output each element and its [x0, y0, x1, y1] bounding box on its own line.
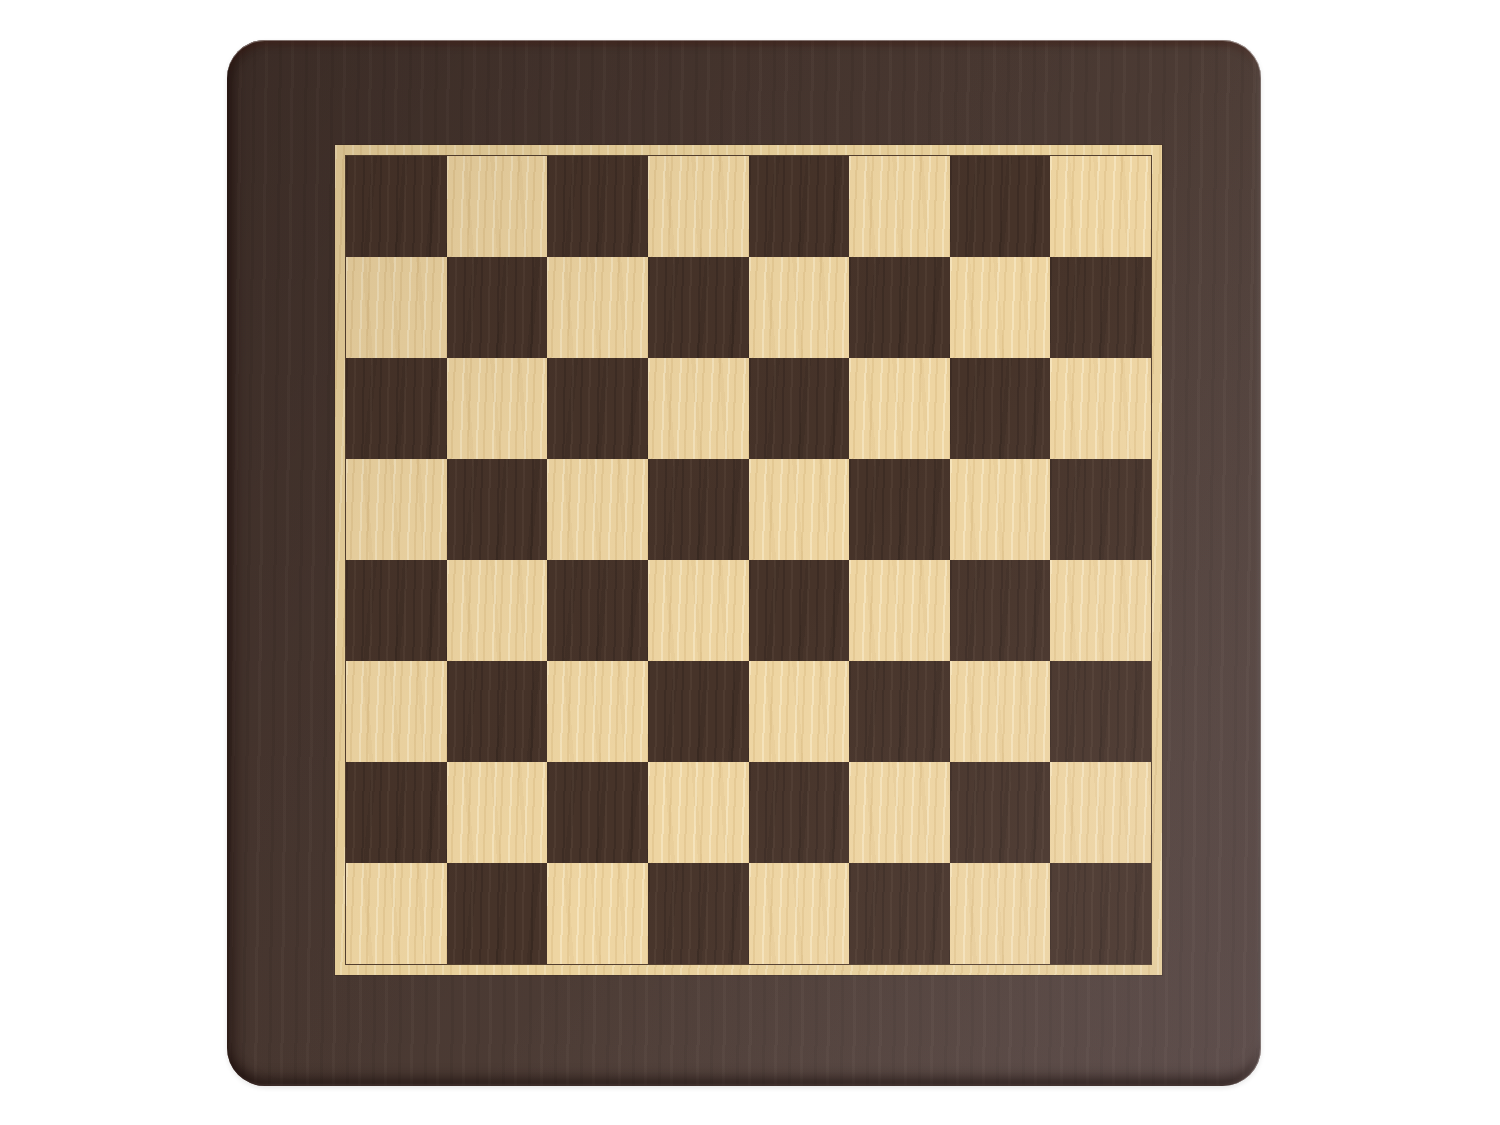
board-grid	[345, 155, 1152, 965]
square-r0c3[interactable]	[648, 156, 749, 257]
square-r2c4[interactable]	[749, 358, 850, 459]
square-r1c0[interactable]	[346, 257, 447, 358]
square-r2c1[interactable]	[447, 358, 548, 459]
square-r3c1[interactable]	[447, 459, 548, 560]
square-r0c7[interactable]	[1050, 156, 1151, 257]
square-r6c5[interactable]	[849, 762, 950, 863]
square-r1c3[interactable]	[648, 257, 749, 358]
square-r7c0[interactable]	[346, 863, 447, 964]
square-r6c6[interactable]	[950, 762, 1051, 863]
square-r6c0[interactable]	[346, 762, 447, 863]
square-r3c3[interactable]	[648, 459, 749, 560]
square-r0c2[interactable]	[547, 156, 648, 257]
square-r7c4[interactable]	[749, 863, 850, 964]
square-r0c0[interactable]	[346, 156, 447, 257]
square-r0c4[interactable]	[749, 156, 850, 257]
square-r6c7[interactable]	[1050, 762, 1151, 863]
chess-board	[227, 40, 1261, 1086]
square-r2c3[interactable]	[648, 358, 749, 459]
square-r4c2[interactable]	[547, 560, 648, 661]
square-r5c2[interactable]	[547, 661, 648, 762]
square-r0c6[interactable]	[950, 156, 1051, 257]
square-r1c6[interactable]	[950, 257, 1051, 358]
square-r7c3[interactable]	[648, 863, 749, 964]
square-r3c0[interactable]	[346, 459, 447, 560]
square-r1c7[interactable]	[1050, 257, 1151, 358]
square-r3c2[interactable]	[547, 459, 648, 560]
square-r4c7[interactable]	[1050, 560, 1151, 661]
board-inlay-border	[335, 145, 1162, 975]
square-r7c1[interactable]	[447, 863, 548, 964]
square-r4c1[interactable]	[447, 560, 548, 661]
square-r2c5[interactable]	[849, 358, 950, 459]
square-r7c6[interactable]	[950, 863, 1051, 964]
square-r5c7[interactable]	[1050, 661, 1151, 762]
square-r4c4[interactable]	[749, 560, 850, 661]
square-r1c2[interactable]	[547, 257, 648, 358]
square-r1c4[interactable]	[749, 257, 850, 358]
square-r7c7[interactable]	[1050, 863, 1151, 964]
square-r5c0[interactable]	[346, 661, 447, 762]
square-r3c4[interactable]	[749, 459, 850, 560]
square-r3c6[interactable]	[950, 459, 1051, 560]
square-r6c3[interactable]	[648, 762, 749, 863]
square-r1c1[interactable]	[447, 257, 548, 358]
square-r0c5[interactable]	[849, 156, 950, 257]
square-r3c7[interactable]	[1050, 459, 1151, 560]
square-r0c1[interactable]	[447, 156, 548, 257]
square-r4c5[interactable]	[849, 560, 950, 661]
square-r2c6[interactable]	[950, 358, 1051, 459]
square-r5c5[interactable]	[849, 661, 950, 762]
square-r6c4[interactable]	[749, 762, 850, 863]
square-r5c4[interactable]	[749, 661, 850, 762]
square-r2c2[interactable]	[547, 358, 648, 459]
square-r4c3[interactable]	[648, 560, 749, 661]
square-r5c3[interactable]	[648, 661, 749, 762]
square-r5c1[interactable]	[447, 661, 548, 762]
square-r3c5[interactable]	[849, 459, 950, 560]
square-r7c2[interactable]	[547, 863, 648, 964]
square-r6c1[interactable]	[447, 762, 548, 863]
square-r4c0[interactable]	[346, 560, 447, 661]
photo-background	[0, 0, 1500, 1125]
square-r5c6[interactable]	[950, 661, 1051, 762]
square-r2c7[interactable]	[1050, 358, 1151, 459]
square-r7c5[interactable]	[849, 863, 950, 964]
square-r2c0[interactable]	[346, 358, 447, 459]
square-r6c2[interactable]	[547, 762, 648, 863]
square-r4c6[interactable]	[950, 560, 1051, 661]
square-r1c5[interactable]	[849, 257, 950, 358]
